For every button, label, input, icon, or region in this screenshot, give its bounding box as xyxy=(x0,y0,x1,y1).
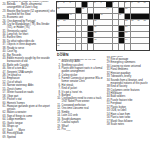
grid-cell[interactable] xyxy=(88,8,94,13)
clue-text: Scale notes xyxy=(111,124,150,127)
cell-number: 32 xyxy=(57,38,59,40)
cell-number: 17 xyxy=(100,13,102,15)
grid-cell[interactable] xyxy=(113,14,119,19)
grid-cell-black xyxy=(143,14,149,19)
grid-cell[interactable] xyxy=(119,2,125,7)
grid-cell[interactable]: 1 xyxy=(57,2,63,7)
grid-cell[interactable] xyxy=(131,26,137,31)
grid-cell[interactable] xyxy=(143,26,149,31)
grid-cell[interactable]: 19 xyxy=(57,20,63,25)
grid-cell[interactable] xyxy=(119,44,125,49)
cell-number: 19 xyxy=(57,19,59,21)
grid-cell[interactable] xyxy=(63,32,69,37)
grid-cell[interactable] xyxy=(63,44,69,49)
grid-cell[interactable]: 6 xyxy=(100,2,106,7)
grid-cell[interactable]: 29 xyxy=(57,32,63,37)
grid-cell[interactable] xyxy=(100,38,106,43)
cell-number: 3 xyxy=(70,1,71,3)
grid-cell[interactable]: 2 xyxy=(63,2,69,7)
grid-cell[interactable] xyxy=(106,44,112,49)
grid-cell-black xyxy=(137,14,143,19)
grid-cell[interactable] xyxy=(69,44,75,49)
grid-cell-black xyxy=(88,26,94,31)
grid-cell[interactable] xyxy=(82,20,88,25)
grid-cell-black xyxy=(94,14,100,19)
grid-cell[interactable]: 5 xyxy=(94,2,100,7)
grid-cell[interactable]: 9 xyxy=(131,2,137,7)
grid-cell[interactable] xyxy=(82,38,88,43)
grid-cell[interactable] xyxy=(76,38,82,43)
clue-item: 69.Spotted xyxy=(1,137,55,140)
grid-cell[interactable] xyxy=(94,8,100,13)
grid-cell-black xyxy=(119,26,125,31)
cell-number: 31 xyxy=(125,31,127,33)
grid-cell[interactable]: 12 xyxy=(57,8,63,13)
grid-cell-black xyxy=(88,38,94,43)
across-clues-column: portrayed on stage by Walter Huston20.Be… xyxy=(1,1,55,149)
grid-cell-black xyxy=(119,8,125,13)
grid-cell-black xyxy=(88,32,94,37)
grid-cell[interactable] xyxy=(76,26,82,31)
grid-cell[interactable] xyxy=(100,26,106,31)
cell-number: 1 xyxy=(57,1,58,3)
cell-number: 2 xyxy=(63,1,64,3)
cell-number: 11 xyxy=(144,1,146,3)
grid-cell[interactable] xyxy=(137,8,143,13)
grid-cell[interactable] xyxy=(106,38,112,43)
grid-cell[interactable]: 25 xyxy=(143,20,149,25)
grid-cell[interactable]: 18 xyxy=(119,14,125,19)
grid-cell[interactable]: 34 xyxy=(125,38,131,43)
grid-cell[interactable]: 3 xyxy=(69,2,75,7)
grid-cell-black xyxy=(63,14,69,19)
cell-number: 5 xyxy=(94,1,95,3)
grid-cell[interactable] xyxy=(69,26,75,31)
grid-cell[interactable] xyxy=(106,26,112,31)
grid-cell-black xyxy=(119,32,125,37)
cell-number: 22 xyxy=(125,19,127,21)
grid-cell[interactable] xyxy=(82,26,88,31)
grid-cell[interactable] xyxy=(143,38,149,43)
grid-cell[interactable]: 10 xyxy=(137,2,143,7)
grid-cell[interactable] xyxy=(131,44,137,49)
cell-number: 33 xyxy=(94,38,96,40)
grid-cell[interactable]: 28 xyxy=(125,26,131,31)
grid-cell[interactable] xyxy=(106,32,112,37)
cell-number: 35 xyxy=(57,44,59,46)
grid-cell[interactable]: 14 xyxy=(106,8,112,13)
grid-cell[interactable]: 7 xyxy=(113,2,119,7)
grid-cell[interactable] xyxy=(131,8,137,13)
grid-cell[interactable] xyxy=(131,32,137,37)
grid-cell[interactable] xyxy=(143,8,149,13)
grid-cell[interactable]: 15 xyxy=(125,8,131,13)
grid-cell[interactable]: 26 xyxy=(57,26,63,31)
grid-cell[interactable] xyxy=(88,20,94,25)
grid-cell[interactable] xyxy=(113,44,119,49)
grid-cell[interactable] xyxy=(82,14,88,19)
cell-number: 12 xyxy=(57,7,59,9)
grid-cell[interactable]: 11 xyxy=(143,2,149,7)
grid-cell[interactable]: 17 xyxy=(100,14,106,19)
down-clues-column-1: 1.Stolen stock adviser at the car dealer… xyxy=(57,59,104,150)
cell-number: 28 xyxy=(125,25,127,27)
grid-cell[interactable] xyxy=(100,32,106,37)
grid-cell[interactable] xyxy=(76,14,82,19)
grid-cell[interactable] xyxy=(76,2,82,7)
grid-cell[interactable] xyxy=(76,44,82,49)
grid-cell[interactable] xyxy=(131,38,137,43)
cell-number: 30 xyxy=(94,31,96,33)
grid-cell[interactable] xyxy=(63,26,69,31)
grid-cell[interactable]: 32 xyxy=(57,38,63,43)
grid-cell[interactable]: 20 xyxy=(63,20,69,25)
grid-cell[interactable] xyxy=(88,44,94,49)
grid-cell[interactable] xyxy=(143,32,149,37)
crossword-grid: 1234567891011121314151617181920212223242… xyxy=(56,1,150,51)
grid-cell[interactable] xyxy=(100,8,106,13)
grid-cell[interactable]: 27 xyxy=(94,26,100,31)
grid-cell[interactable] xyxy=(82,32,88,37)
grid-cell[interactable] xyxy=(137,44,143,49)
cell-number: 16 xyxy=(70,13,72,15)
grid-cell[interactable] xyxy=(82,44,88,49)
grid-cell[interactable]: 22 xyxy=(125,20,131,25)
grid-cell[interactable]: 24 xyxy=(137,20,143,25)
clue-item: 21.Pro ___ xyxy=(57,129,104,132)
grid-cell[interactable] xyxy=(63,38,69,43)
grid-cell[interactable] xyxy=(63,8,69,13)
cell-number: 25 xyxy=(144,19,146,21)
down-clues-column-2: 26Want units27Rite of passage29Emergency… xyxy=(106,56,150,150)
grid-cell[interactable]: 8 xyxy=(125,2,131,7)
cell-number: 34 xyxy=(125,38,127,40)
grid-cell[interactable] xyxy=(113,32,119,37)
grid-cell[interactable] xyxy=(100,20,106,25)
grid-cell[interactable] xyxy=(94,44,100,49)
grid-cell[interactable] xyxy=(125,44,131,49)
grid-cell[interactable]: 16 xyxy=(69,14,75,19)
cell-number: 9 xyxy=(131,1,132,3)
grid-cell-black xyxy=(119,38,125,43)
cell-number: 18 xyxy=(119,13,121,15)
cell-number: 27 xyxy=(94,25,96,27)
cell-number: 6 xyxy=(100,1,101,3)
grid-cell-black xyxy=(88,14,94,19)
grid-cell[interactable] xyxy=(69,8,75,13)
grid-cell-black xyxy=(131,14,137,19)
cell-number: 20 xyxy=(63,19,65,21)
crossword-puzzle-page: portrayed on stage by Walter Huston20.Be… xyxy=(0,0,150,150)
grid-cell[interactable] xyxy=(100,44,106,49)
grid-cell[interactable] xyxy=(137,32,143,37)
clue-item: 58Scale notes xyxy=(106,124,150,127)
grid-cell[interactable] xyxy=(69,38,75,43)
clue-text: Pro ___ xyxy=(62,129,104,132)
grid-cell-black xyxy=(106,2,112,7)
grid-cell-black xyxy=(76,8,82,13)
cell-number: 24 xyxy=(137,19,139,21)
grid-cell[interactable]: 30 xyxy=(94,32,100,37)
grid-cell[interactable] xyxy=(113,20,119,25)
grid-cell[interactable]: 23 xyxy=(131,20,137,25)
grid-cell[interactable] xyxy=(76,32,82,37)
cell-number: 23 xyxy=(131,19,133,21)
grid-cell[interactable] xyxy=(76,20,82,25)
grid-cell[interactable]: 33 xyxy=(94,38,100,43)
grid-cell[interactable]: 4 xyxy=(88,2,94,7)
grid-cell[interactable] xyxy=(143,44,149,49)
grid-cell[interactable] xyxy=(69,20,75,25)
down-heading: DOWN xyxy=(57,53,69,57)
grid-cell[interactable]: 31 xyxy=(125,32,131,37)
cell-number: 10 xyxy=(137,1,139,3)
grid-cell[interactable] xyxy=(113,26,119,31)
grid-cell[interactable] xyxy=(106,14,112,19)
grid-cell[interactable] xyxy=(137,38,143,43)
cell-number: 7 xyxy=(113,1,114,3)
cell-number: 29 xyxy=(57,31,59,33)
cell-number: 14 xyxy=(107,7,109,9)
grid-cell[interactable] xyxy=(137,26,143,31)
cell-number: 8 xyxy=(125,1,126,3)
clue-text: Spotted xyxy=(7,137,55,140)
cell-number: 15 xyxy=(125,7,127,9)
grid-cell-black xyxy=(125,14,131,19)
grid-cell[interactable]: 35 xyxy=(57,44,63,49)
grid-cell[interactable] xyxy=(119,20,125,25)
grid-cell-black xyxy=(82,2,88,7)
grid-cell[interactable] xyxy=(69,32,75,37)
grid-cell[interactable] xyxy=(113,38,119,43)
grid-cell[interactable]: 21 xyxy=(94,20,100,25)
cell-number: 13 xyxy=(82,7,84,9)
grid-cell[interactable] xyxy=(106,20,112,25)
cell-number: 21 xyxy=(94,19,96,21)
cell-number: 4 xyxy=(88,1,89,3)
grid-cell[interactable] xyxy=(113,8,119,13)
grid-cell-black xyxy=(57,14,63,19)
cell-number: 26 xyxy=(57,25,59,27)
grid-cell[interactable]: 13 xyxy=(82,8,88,13)
